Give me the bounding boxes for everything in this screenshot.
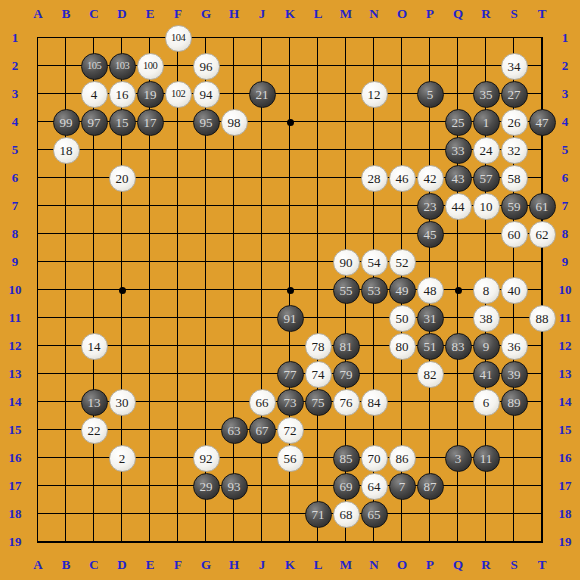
- stone-number: 3: [455, 452, 462, 465]
- stone-number: 47: [536, 116, 549, 129]
- stone-number: 96: [200, 60, 213, 73]
- stone-number: 46: [396, 172, 409, 185]
- stone-number: 24: [480, 144, 493, 157]
- stone-white-100-E2[interactable]: 100: [137, 53, 164, 80]
- stone-white-34-S2[interactable]: 34: [501, 53, 528, 80]
- stone-white-90-M9[interactable]: 90: [333, 249, 360, 276]
- stone-number: 69: [340, 480, 353, 493]
- stone-number: 76: [340, 396, 353, 409]
- coord-label-top-S: S: [500, 3, 528, 25]
- stone-white-96-G2[interactable]: 96: [193, 53, 220, 80]
- stone-white-42-P6[interactable]: 42: [417, 165, 444, 192]
- stone-number: 81: [340, 340, 353, 353]
- stone-number: 41: [480, 368, 493, 381]
- stone-black-1-R4[interactable]: 1: [473, 109, 500, 136]
- stone-number: 89: [508, 396, 521, 409]
- stone-number: 67: [256, 424, 269, 437]
- stone-number: 50: [396, 312, 409, 325]
- stone-number: 44: [452, 200, 465, 213]
- stone-white-18-B5[interactable]: 18: [53, 137, 80, 164]
- stone-number: 79: [340, 368, 353, 381]
- stone-number: 73: [284, 396, 297, 409]
- stone-number: 51: [424, 340, 437, 353]
- stone-number: 87: [424, 480, 437, 493]
- stone-white-58-S6[interactable]: 58: [501, 165, 528, 192]
- stone-number: 75: [312, 396, 325, 409]
- stone-white-82-P13[interactable]: 82: [417, 361, 444, 388]
- stone-number: 43: [452, 172, 465, 185]
- stone-black-49-O10[interactable]: 49: [389, 277, 416, 304]
- stone-number: 22: [88, 424, 101, 437]
- stone-black-97-C4[interactable]: 97: [81, 109, 108, 136]
- stone-number: 35: [480, 88, 493, 101]
- stone-white-48-P10[interactable]: 48: [417, 277, 444, 304]
- stone-white-68-M18[interactable]: 68: [333, 501, 360, 528]
- stone-number: 63: [228, 424, 241, 437]
- stone-number: 74: [312, 368, 325, 381]
- stone-number: 18: [60, 144, 73, 157]
- stone-number: 28: [368, 172, 381, 185]
- stone-white-52-O9[interactable]: 52: [389, 249, 416, 276]
- stone-black-53-N10[interactable]: 53: [361, 277, 388, 304]
- stone-white-54-N9[interactable]: 54: [361, 249, 388, 276]
- stone-black-19-E3[interactable]: 19: [137, 81, 164, 108]
- stone-number: 58: [508, 172, 521, 185]
- stone-white-74-L13[interactable]: 74: [305, 361, 332, 388]
- stone-black-69-M17[interactable]: 69: [333, 473, 360, 500]
- stone-number: 88: [536, 312, 549, 325]
- stone-number: 36: [508, 340, 521, 353]
- stone-black-9-R12[interactable]: 9: [473, 333, 500, 360]
- stone-white-86-O16[interactable]: 86: [389, 445, 416, 472]
- stone-number: 33: [452, 144, 465, 157]
- stone-black-43-Q6[interactable]: 43: [445, 165, 472, 192]
- coord-label-top-J: J: [248, 3, 276, 25]
- stone-black-31-P11[interactable]: 31: [417, 305, 444, 332]
- stone-number: 78: [312, 340, 325, 353]
- stone-number: 84: [368, 396, 381, 409]
- stone-number: 12: [368, 88, 381, 101]
- stone-white-2-D16[interactable]: 2: [109, 445, 136, 472]
- stone-black-67-J15[interactable]: 67: [249, 417, 276, 444]
- stone-black-25-Q4[interactable]: 25: [445, 109, 472, 136]
- stone-white-56-K16[interactable]: 56: [277, 445, 304, 472]
- stone-white-94-G3[interactable]: 94: [193, 81, 220, 108]
- stone-number: 40: [508, 284, 521, 297]
- stone-white-46-O6[interactable]: 46: [389, 165, 416, 192]
- coord-label-top-N: N: [360, 3, 388, 25]
- coord-label-top-P: P: [416, 3, 444, 25]
- stone-white-20-D6[interactable]: 20: [109, 165, 136, 192]
- stone-white-26-S4[interactable]: 26: [501, 109, 528, 136]
- coord-label-top-T: T: [528, 3, 556, 25]
- stone-number: 2: [119, 452, 126, 465]
- coord-label-top-B: B: [52, 3, 80, 25]
- stone-black-3-Q16[interactable]: 3: [445, 445, 472, 472]
- stone-number: 16: [116, 88, 129, 101]
- stone-number: 95: [200, 116, 213, 129]
- stone-white-84-N14[interactable]: 84: [361, 389, 388, 416]
- stone-black-71-L18[interactable]: 71: [305, 501, 332, 528]
- stone-white-70-N16[interactable]: 70: [361, 445, 388, 472]
- stone-black-55-M10[interactable]: 55: [333, 277, 360, 304]
- stone-number: 38: [480, 312, 493, 325]
- stone-black-61-T7[interactable]: 61: [529, 193, 556, 220]
- stone-white-76-M14[interactable]: 76: [333, 389, 360, 416]
- stone-white-78-L12[interactable]: 78: [305, 333, 332, 360]
- stone-black-83-Q12[interactable]: 83: [445, 333, 472, 360]
- stone-number: 72: [284, 424, 297, 437]
- stone-number: 49: [396, 284, 409, 297]
- stone-number: 9: [483, 340, 490, 353]
- stone-black-41-R13[interactable]: 41: [473, 361, 500, 388]
- coord-label-top-L: L: [304, 3, 332, 25]
- coord-label-top-C: C: [80, 3, 108, 25]
- go-board[interactable]: AABBCCDDEEFFGGHHJJKKLLMMNNOOPPQQRRSSTT11…: [0, 0, 580, 580]
- stone-number: 94: [200, 88, 213, 101]
- coord-label-top-E: E: [136, 3, 164, 25]
- stone-white-10-R7[interactable]: 10: [473, 193, 500, 220]
- stone-number: 86: [396, 452, 409, 465]
- coord-label-top-M: M: [332, 3, 360, 25]
- stone-black-7-O17[interactable]: 7: [389, 473, 416, 500]
- coord-label-top-O: O: [388, 3, 416, 25]
- stone-black-65-N18[interactable]: 65: [361, 501, 388, 528]
- stone-white-64-N17[interactable]: 64: [361, 473, 388, 500]
- stone-number: 61: [536, 200, 549, 213]
- stone-number: 70: [368, 452, 381, 465]
- stone-number: 68: [340, 508, 353, 521]
- stone-white-92-G16[interactable]: 92: [193, 445, 220, 472]
- stone-black-81-M12[interactable]: 81: [333, 333, 360, 360]
- stone-number: 98: [228, 116, 241, 129]
- stone-number: 5: [427, 88, 434, 101]
- stone-number: 31: [424, 312, 437, 325]
- stone-number: 39: [508, 368, 521, 381]
- stone-black-85-M16[interactable]: 85: [333, 445, 360, 472]
- stone-number: 52: [396, 256, 409, 269]
- stone-white-44-Q7[interactable]: 44: [445, 193, 472, 220]
- stone-white-22-C15[interactable]: 22: [81, 417, 108, 444]
- stone-number: 85: [340, 452, 353, 465]
- stone-number: 100: [143, 61, 157, 72]
- stone-number: 99: [60, 116, 73, 129]
- stone-number: 1: [483, 116, 490, 129]
- stone-black-79-M13[interactable]: 79: [333, 361, 360, 388]
- stone-white-38-R11[interactable]: 38: [473, 305, 500, 332]
- stone-black-99-B4[interactable]: 99: [53, 109, 80, 136]
- stone-white-72-K15[interactable]: 72: [277, 417, 304, 444]
- stone-white-40-S10[interactable]: 40: [501, 277, 528, 304]
- stone-number: 80: [396, 340, 409, 353]
- stone-number: 104: [171, 33, 185, 44]
- stone-black-23-P7[interactable]: 23: [417, 193, 444, 220]
- coord-label-top-K: K: [276, 3, 304, 25]
- stone-white-80-O12[interactable]: 80: [389, 333, 416, 360]
- stone-white-102-F3[interactable]: 102: [165, 81, 192, 108]
- stone-number: 26: [508, 116, 521, 129]
- stone-number: 53: [368, 284, 381, 297]
- stone-white-12-N3[interactable]: 12: [361, 81, 388, 108]
- stone-black-27-S3[interactable]: 27: [501, 81, 528, 108]
- stone-white-28-N6[interactable]: 28: [361, 165, 388, 192]
- stone-number: 17: [144, 116, 157, 129]
- stone-white-8-R10[interactable]: 8: [473, 277, 500, 304]
- stone-white-104-F1[interactable]: 104: [165, 25, 192, 52]
- stone-number: 19: [144, 88, 157, 101]
- stone-number: 77: [284, 368, 297, 381]
- stone-black-29-G17[interactable]: 29: [193, 473, 220, 500]
- stone-number: 25: [452, 116, 465, 129]
- stone-number: 23: [424, 200, 437, 213]
- stone-number: 11: [480, 452, 493, 465]
- stone-white-36-S12[interactable]: 36: [501, 333, 528, 360]
- coord-label-top-Q: Q: [444, 3, 472, 25]
- stone-number: 59: [508, 200, 521, 213]
- stone-black-91-K11[interactable]: 91: [277, 305, 304, 332]
- stone-black-39-S13[interactable]: 39: [501, 361, 528, 388]
- stone-number: 56: [284, 452, 297, 465]
- stone-black-21-J3[interactable]: 21: [249, 81, 276, 108]
- stone-number: 27: [508, 88, 521, 101]
- stone-white-30-D14[interactable]: 30: [109, 389, 136, 416]
- stone-white-6-R14[interactable]: 6: [473, 389, 500, 416]
- stone-number: 8: [483, 284, 490, 297]
- stone-number: 60: [508, 228, 521, 241]
- coord-label-top-G: G: [192, 3, 220, 25]
- stone-black-89-S14[interactable]: 89: [501, 389, 528, 416]
- stone-number: 45: [424, 228, 437, 241]
- stone-number: 21: [256, 88, 269, 101]
- stone-white-50-O11[interactable]: 50: [389, 305, 416, 332]
- stone-number: 32: [508, 144, 521, 157]
- stone-black-73-K14[interactable]: 73: [277, 389, 304, 416]
- stone-number: 71: [312, 508, 325, 521]
- stone-number: 82: [424, 368, 437, 381]
- stone-black-17-E4[interactable]: 17: [137, 109, 164, 136]
- stone-number: 20: [116, 172, 129, 185]
- stone-black-59-S7[interactable]: 59: [501, 193, 528, 220]
- stone-number: 48: [424, 284, 437, 297]
- stone-black-75-L14[interactable]: 75: [305, 389, 332, 416]
- stone-black-63-H15[interactable]: 63: [221, 417, 248, 444]
- stone-black-35-R3[interactable]: 35: [473, 81, 500, 108]
- stone-number: 29: [200, 480, 213, 493]
- stone-white-4-C3[interactable]: 4: [81, 81, 108, 108]
- stone-number: 7: [399, 480, 406, 493]
- stone-number: 97: [88, 116, 101, 129]
- stone-black-105-C2[interactable]: 105: [81, 53, 108, 80]
- stone-black-33-Q5[interactable]: 33: [445, 137, 472, 164]
- stone-number: 6: [483, 396, 490, 409]
- stone-white-62-T8[interactable]: 62: [529, 221, 556, 248]
- stone-number: 105: [87, 61, 101, 72]
- stone-number: 13: [88, 396, 101, 409]
- stone-number: 42: [424, 172, 437, 185]
- stone-white-88-T11[interactable]: 88: [529, 305, 556, 332]
- stone-white-98-H4[interactable]: 98: [221, 109, 248, 136]
- coord-label-top-R: R: [472, 3, 500, 25]
- stone-black-51-P12[interactable]: 51: [417, 333, 444, 360]
- stone-number: 90: [340, 256, 353, 269]
- stone-white-32-S5[interactable]: 32: [501, 137, 528, 164]
- stone-white-66-J14[interactable]: 66: [249, 389, 276, 416]
- coord-label-top-H: H: [220, 3, 248, 25]
- stone-number: 57: [480, 172, 493, 185]
- stone-number: 103: [115, 61, 129, 72]
- stone-number: 64: [368, 480, 381, 493]
- stone-number: 91: [284, 312, 297, 325]
- board-grid[interactable]: 1234567891011121314151617181920212223242…: [24, 24, 556, 556]
- stone-number: 102: [171, 89, 185, 100]
- stone-black-5-P3[interactable]: 5: [417, 81, 444, 108]
- stone-number: 65: [368, 508, 381, 521]
- stone-number: 15: [116, 116, 129, 129]
- stone-number: 93: [228, 480, 241, 493]
- stone-number: 62: [536, 228, 549, 241]
- coord-label-top-F: F: [164, 3, 192, 25]
- stone-white-14-C12[interactable]: 14: [81, 333, 108, 360]
- stone-black-103-D2[interactable]: 103: [109, 53, 136, 80]
- stone-black-47-T4[interactable]: 47: [529, 109, 556, 136]
- stone-number: 83: [452, 340, 465, 353]
- stone-number: 4: [91, 88, 98, 101]
- stone-number: 30: [116, 396, 129, 409]
- stone-black-11-R16[interactable]: 11: [473, 445, 500, 472]
- stone-number: 14: [88, 340, 101, 353]
- stone-black-95-G4[interactable]: 95: [193, 109, 220, 136]
- stone-number: 92: [200, 452, 213, 465]
- coord-label-top-A: A: [24, 3, 52, 25]
- stone-black-13-C14[interactable]: 13: [81, 389, 108, 416]
- coord-label-top-D: D: [108, 3, 136, 25]
- stone-black-93-H17[interactable]: 93: [221, 473, 248, 500]
- stone-black-45-P8[interactable]: 45: [417, 221, 444, 248]
- stone-number: 34: [508, 60, 521, 73]
- stone-number: 10: [480, 200, 493, 213]
- stone-black-57-R6[interactable]: 57: [473, 165, 500, 192]
- stone-number: 55: [340, 284, 353, 297]
- stone-black-87-P17[interactable]: 87: [417, 473, 444, 500]
- stone-number: 66: [256, 396, 269, 409]
- stone-white-16-D3[interactable]: 16: [109, 81, 136, 108]
- stone-white-24-R5[interactable]: 24: [473, 137, 500, 164]
- stone-white-60-S8[interactable]: 60: [501, 221, 528, 248]
- stone-black-77-K13[interactable]: 77: [277, 361, 304, 388]
- stone-number: 54: [368, 256, 381, 269]
- stone-black-15-D4[interactable]: 15: [109, 109, 136, 136]
